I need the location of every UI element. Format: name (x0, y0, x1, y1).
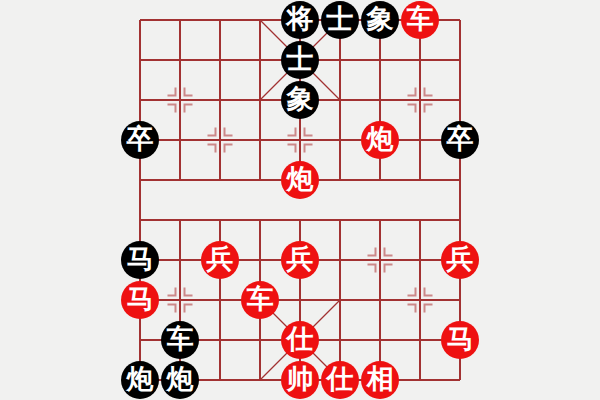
piece-black-chariot[interactable]: 车 (161, 321, 199, 359)
piece-red-cannon[interactable]: 炮 (281, 161, 319, 199)
piece-red-chariot[interactable]: 车 (401, 1, 439, 39)
piece-red-horse[interactable]: 马 (121, 281, 159, 319)
piece-red-soldier[interactable]: 兵 (281, 241, 319, 279)
piece-red-horse[interactable]: 马 (441, 321, 479, 359)
piece-black-cannon[interactable]: 炮 (121, 361, 159, 399)
piece-red-cannon[interactable]: 炮 (361, 121, 399, 159)
piece-black-elephant[interactable]: 象 (361, 1, 399, 39)
piece-black-advisor[interactable]: 士 (281, 41, 319, 79)
piece-red-chariot[interactable]: 车 (241, 281, 279, 319)
piece-red-advisor[interactable]: 仕 (281, 321, 319, 359)
xiangqi-pieces-layer: 将士象车士象卒炮卒炮马兵兵兵马车车仕马炮炮帅仕相 (120, 0, 480, 400)
piece-red-advisor[interactable]: 仕 (321, 361, 359, 399)
piece-red-general[interactable]: 帅 (281, 361, 319, 399)
piece-black-horse[interactable]: 马 (121, 241, 159, 279)
piece-red-elephant[interactable]: 相 (361, 361, 399, 399)
piece-black-cannon[interactable]: 炮 (161, 361, 199, 399)
piece-red-soldier[interactable]: 兵 (201, 241, 239, 279)
piece-red-soldier[interactable]: 兵 (441, 241, 479, 279)
piece-black-soldier[interactable]: 卒 (441, 121, 479, 159)
piece-black-soldier[interactable]: 卒 (121, 121, 159, 159)
xiangqi-screen: 将士象车士象卒炮卒炮马兵兵兵马车车仕马炮炮帅仕相 (0, 0, 600, 400)
piece-black-elephant[interactable]: 象 (281, 81, 319, 119)
piece-black-advisor[interactable]: 士 (321, 1, 359, 39)
piece-black-general[interactable]: 将 (281, 1, 319, 39)
